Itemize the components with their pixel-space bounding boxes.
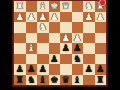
square-d3[interactable] — [60, 22, 72, 33]
piece-bQ-d8[interactable]: ♛ — [60, 75, 72, 86]
square-e1[interactable]: ♚ — [49, 1, 61, 12]
square-f4[interactable] — [37, 33, 49, 44]
piece-bB-f8[interactable]: ♝ — [37, 75, 49, 86]
square-e4[interactable] — [49, 33, 61, 44]
piece-bP-e6[interactable]: ♟ — [49, 54, 61, 65]
square-g8[interactable]: ♞ — [26, 75, 38, 86]
screenshot-root: ♜♝♚♛♞♜♟♟♟♟♟♟♞♟♟♝♟♟♟♞♟♟♟♟♟♜♞♝♚♛♝♜ — [0, 0, 120, 90]
square-d6[interactable] — [60, 54, 72, 65]
square-h1[interactable]: ♜ — [14, 1, 26, 12]
piece-bR-h8[interactable]: ♜ — [14, 75, 26, 86]
square-c8[interactable]: ♝ — [72, 75, 84, 86]
square-c2[interactable] — [72, 12, 84, 23]
square-d2[interactable] — [60, 12, 72, 23]
piece-wR-h1[interactable]: ♜ — [14, 1, 26, 12]
square-a8[interactable]: ♜ — [95, 75, 107, 86]
square-e3[interactable] — [49, 22, 61, 33]
square-e6[interactable]: ♟ — [49, 54, 61, 65]
square-g2[interactable]: ♟ — [26, 12, 38, 23]
piece-bP-g7[interactable]: ♟ — [26, 64, 38, 75]
square-e5[interactable] — [49, 43, 61, 54]
piece-wB-f1[interactable]: ♝ — [37, 1, 49, 12]
piece-wP-g2[interactable]: ♟ — [26, 12, 38, 23]
square-h7[interactable]: ♟ — [14, 64, 26, 75]
piece-bP-h7[interactable]: ♟ — [14, 64, 26, 75]
piece-wP-b2[interactable]: ♟ — [83, 12, 95, 23]
piece-wP-h2[interactable]: ♟ — [14, 12, 26, 23]
square-f8[interactable]: ♝ — [37, 75, 49, 86]
square-h4[interactable] — [14, 33, 26, 44]
square-d8[interactable]: ♛ — [60, 75, 72, 86]
piece-wN-f3[interactable]: ♞ — [37, 22, 49, 33]
square-b4[interactable] — [83, 33, 95, 44]
piece-bN-c6[interactable]: ♞ — [72, 54, 84, 65]
board-frame: ♜♝♚♛♞♜♟♟♟♟♟♟♞♟♟♝♟♟♟♞♟♟♟♟♟♜♞♝♚♛♝♜ — [12, 0, 108, 87]
square-a3[interactable] — [95, 22, 107, 33]
piece-wB-g5[interactable]: ♝ — [26, 43, 38, 54]
square-h8[interactable]: ♜ — [14, 75, 26, 86]
square-b7[interactable]: ♟ — [83, 64, 95, 75]
square-c7[interactable] — [72, 64, 84, 75]
square-a2[interactable]: ♟ — [95, 12, 107, 23]
square-b2[interactable]: ♟ — [83, 12, 95, 23]
square-d1[interactable]: ♛ — [60, 1, 72, 12]
piece-bN-g8[interactable]: ♞ — [26, 75, 38, 86]
square-e8[interactable]: ♚ — [49, 75, 61, 86]
piece-wP-a2[interactable]: ♟ — [95, 12, 107, 23]
square-a7[interactable]: ♟ — [95, 64, 107, 75]
square-c1[interactable] — [72, 1, 84, 12]
square-h2[interactable]: ♟ — [14, 12, 26, 23]
square-b8[interactable] — [83, 75, 95, 86]
piece-bR-a8[interactable]: ♜ — [95, 75, 107, 86]
piece-bP-d5[interactable]: ♟ — [60, 43, 72, 54]
piece-bP-f7[interactable]: ♟ — [37, 64, 49, 75]
square-h3[interactable] — [14, 22, 26, 33]
piece-bP-b7[interactable]: ♟ — [83, 64, 95, 75]
square-d5[interactable]: ♟ — [60, 43, 72, 54]
piece-bK-e8[interactable]: ♚ — [49, 75, 61, 86]
square-b5[interactable] — [83, 43, 95, 54]
square-g7[interactable]: ♟ — [26, 64, 38, 75]
square-c6[interactable]: ♞ — [72, 54, 84, 65]
square-f7[interactable]: ♟ — [37, 64, 49, 75]
piece-wK-e1[interactable]: ♚ — [49, 1, 61, 12]
square-f1[interactable]: ♝ — [37, 1, 49, 12]
square-g1[interactable] — [26, 1, 38, 12]
piece-bP-c5[interactable]: ♟ — [72, 43, 84, 54]
square-c5[interactable]: ♟ — [72, 43, 84, 54]
piece-bB-c8[interactable]: ♝ — [72, 75, 84, 86]
square-f5[interactable] — [37, 43, 49, 54]
square-b3[interactable] — [83, 22, 95, 33]
piece-wN-b1[interactable]: ♞ — [83, 1, 95, 12]
square-g3[interactable] — [26, 22, 38, 33]
piece-bP-a7[interactable]: ♟ — [95, 64, 107, 75]
square-b1[interactable]: ♞ — [83, 1, 95, 12]
square-d7[interactable] — [60, 64, 72, 75]
chess-board[interactable]: ♜♝♚♛♞♜♟♟♟♟♟♟♞♟♟♝♟♟♟♞♟♟♟♟♟♜♞♝♚♛♝♜ — [14, 1, 106, 85]
square-c3[interactable] — [72, 22, 84, 33]
square-f3[interactable]: ♞ — [37, 22, 49, 33]
square-e2[interactable]: ♟ — [49, 12, 61, 23]
piece-wQ-d1[interactable]: ♛ — [60, 1, 72, 12]
square-g5[interactable]: ♝ — [26, 43, 38, 54]
square-a5[interactable] — [95, 43, 107, 54]
piece-wP-e2[interactable]: ♟ — [49, 12, 61, 23]
square-a4[interactable] — [95, 33, 107, 44]
square-h5[interactable] — [14, 43, 26, 54]
square-e7[interactable] — [49, 64, 61, 75]
